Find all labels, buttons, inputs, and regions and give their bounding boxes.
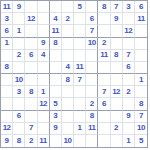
cell-r2c11-empty[interactable] bbox=[123, 13, 135, 25]
cell-r8c12-empty[interactable] bbox=[135, 86, 147, 98]
cell-r11c10-given[interactable]: 2 bbox=[111, 123, 123, 135]
cell-r7c1-empty[interactable] bbox=[1, 74, 13, 86]
cell-r6c11-given[interactable]: 6 bbox=[123, 62, 135, 74]
cell-r3c4-empty[interactable] bbox=[38, 25, 50, 37]
cell-r11c12-given[interactable]: 10 bbox=[135, 123, 147, 135]
cell-r8c11-given[interactable]: 2 bbox=[123, 86, 135, 98]
cell-r5c10-given[interactable]: 8 bbox=[111, 50, 123, 62]
cell-r8c3-given[interactable]: 8 bbox=[25, 86, 37, 98]
cell-r11c2-empty[interactable] bbox=[13, 123, 25, 135]
cell-r12c8-empty[interactable] bbox=[86, 135, 98, 147]
cell-r10c12-given[interactable]: 7 bbox=[135, 111, 147, 123]
cell-r11c8-given[interactable]: 11 bbox=[86, 123, 98, 135]
cell-r9c7-empty[interactable] bbox=[74, 98, 86, 110]
cell-r12c11-given[interactable]: 1 bbox=[123, 135, 135, 147]
cell-r12c1-given[interactable]: 9 bbox=[1, 135, 13, 147]
cell-r1c4-empty[interactable] bbox=[38, 1, 50, 13]
cell-r3c7-empty[interactable] bbox=[74, 25, 86, 37]
cell-r7c12-given[interactable]: 1 bbox=[135, 74, 147, 86]
cell-r11c5-given[interactable]: 9 bbox=[50, 123, 62, 135]
cell-r2c12-given[interactable]: 11 bbox=[135, 13, 147, 25]
cell-r2c1-given[interactable]: 3 bbox=[1, 13, 13, 25]
cell-r10c10-empty[interactable] bbox=[111, 111, 123, 123]
cell-r9c1-empty[interactable] bbox=[1, 98, 13, 110]
cell-r7c5-empty[interactable] bbox=[50, 74, 62, 86]
cell-r12c6-given[interactable]: 10 bbox=[62, 135, 74, 147]
cell-r5c7-empty[interactable] bbox=[74, 50, 86, 62]
cell-r8c9-given[interactable]: 7 bbox=[98, 86, 110, 98]
cell-r4c1-given[interactable]: 1 bbox=[1, 38, 13, 50]
cell-r10c5-given[interactable]: 3 bbox=[50, 111, 62, 123]
cell-r8c6-empty[interactable] bbox=[62, 86, 74, 98]
cell-r12c12-given[interactable]: 5 bbox=[135, 135, 147, 147]
cell-r11c6-empty[interactable] bbox=[62, 123, 74, 135]
cell-r7c7-given[interactable]: 7 bbox=[74, 74, 86, 86]
cell-r2c3-given[interactable]: 12 bbox=[25, 13, 37, 25]
cell-r12c4-given[interactable]: 11 bbox=[38, 135, 50, 147]
cell-r4c9-given[interactable]: 2 bbox=[98, 38, 110, 50]
cell-r7c8-empty[interactable] bbox=[86, 74, 98, 86]
cell-r1c6-empty[interactable] bbox=[62, 1, 74, 13]
cell-r8c1-empty[interactable] bbox=[1, 86, 13, 98]
cell-r9c12-given[interactable]: 8 bbox=[135, 98, 147, 110]
cell-r5c11-given[interactable]: 7 bbox=[123, 50, 135, 62]
cell-r9c11-empty[interactable] bbox=[123, 98, 135, 110]
cell-r3c11-given[interactable]: 12 bbox=[123, 25, 135, 37]
cell-r11c11-empty[interactable] bbox=[123, 123, 135, 135]
cell-r3c5-given[interactable]: 11 bbox=[50, 25, 62, 37]
cell-r5c12-empty[interactable] bbox=[135, 50, 147, 62]
cell-r4c12-empty[interactable] bbox=[135, 38, 147, 50]
cell-r5c9-given[interactable]: 11 bbox=[98, 50, 110, 62]
cell-r4c2-empty[interactable] bbox=[13, 38, 25, 50]
cell-r7c2-given[interactable]: 10 bbox=[13, 74, 25, 86]
cell-r1c10-given[interactable]: 7 bbox=[111, 1, 123, 13]
cell-r10c11-given[interactable]: 9 bbox=[123, 111, 135, 123]
cell-r1c7-given[interactable]: 5 bbox=[74, 1, 86, 13]
cell-r9c2-empty[interactable] bbox=[13, 98, 25, 110]
cell-r6c5-empty[interactable] bbox=[50, 62, 62, 74]
cell-r3c3-empty[interactable] bbox=[25, 25, 37, 37]
cell-r9c8-given[interactable]: 2 bbox=[86, 98, 98, 110]
cell-r4c10-empty[interactable] bbox=[111, 38, 123, 50]
cell-r2c10-given[interactable]: 9 bbox=[111, 13, 123, 25]
cell-r2c7-empty[interactable] bbox=[74, 13, 86, 25]
cell-r4c4-given[interactable]: 9 bbox=[38, 38, 50, 50]
cell-r3c12-empty[interactable] bbox=[135, 25, 147, 37]
cell-r6c12-empty[interactable] bbox=[135, 62, 147, 74]
cell-r5c8-empty[interactable] bbox=[86, 50, 98, 62]
cell-r2c4-empty[interactable] bbox=[38, 13, 50, 25]
cell-r6c7-given[interactable]: 11 bbox=[74, 62, 86, 74]
cell-r6c3-empty[interactable] bbox=[25, 62, 37, 74]
cell-r1c3-empty[interactable] bbox=[25, 1, 37, 13]
cell-r10c1-empty[interactable] bbox=[1, 111, 13, 123]
cell-r6c1-given[interactable]: 8 bbox=[1, 62, 13, 74]
cell-r12c2-given[interactable]: 8 bbox=[13, 135, 25, 147]
cell-r11c3-given[interactable]: 7 bbox=[25, 123, 37, 135]
cell-r7c10-empty[interactable] bbox=[111, 74, 123, 86]
cell-r1c2-given[interactable]: 9 bbox=[13, 1, 25, 13]
cell-r9c3-empty[interactable] bbox=[25, 98, 37, 110]
cell-r10c7-empty[interactable] bbox=[74, 111, 86, 123]
cell-r3c10-empty[interactable] bbox=[111, 25, 123, 37]
cell-r1c9-given[interactable]: 8 bbox=[98, 1, 110, 13]
cell-r6c2-empty[interactable] bbox=[13, 62, 25, 74]
cell-r12c3-given[interactable]: 2 bbox=[25, 135, 37, 147]
cell-r3c8-given[interactable]: 7 bbox=[86, 25, 98, 37]
cell-r9c4-given[interactable]: 12 bbox=[38, 98, 50, 110]
cell-r7c6-given[interactable]: 8 bbox=[62, 74, 74, 86]
cell-r6c4-empty[interactable] bbox=[38, 62, 50, 74]
cell-r5c2-given[interactable]: 2 bbox=[13, 50, 25, 62]
cell-r11c1-given[interactable]: 12 bbox=[1, 123, 13, 135]
cell-r7c9-empty[interactable] bbox=[98, 74, 110, 86]
cell-r2c5-given[interactable]: 4 bbox=[50, 13, 62, 25]
cell-r6c9-empty[interactable] bbox=[98, 62, 110, 74]
cell-r8c5-empty[interactable] bbox=[50, 86, 62, 98]
cell-r6c6-given[interactable]: 4 bbox=[62, 62, 74, 74]
cell-r11c9-empty[interactable] bbox=[98, 123, 110, 135]
cell-r8c8-empty[interactable] bbox=[86, 86, 98, 98]
cell-r4c6-empty[interactable] bbox=[62, 38, 74, 50]
cell-r7c11-empty[interactable] bbox=[123, 74, 135, 86]
cell-r4c3-empty[interactable] bbox=[25, 38, 37, 50]
cell-r2c2-empty[interactable] bbox=[13, 13, 25, 25]
cell-r8c10-given[interactable]: 12 bbox=[111, 86, 123, 98]
cell-r9c9-given[interactable]: 6 bbox=[98, 98, 110, 110]
cell-r9c10-empty[interactable] bbox=[111, 98, 123, 110]
cell-r10c9-empty[interactable] bbox=[98, 111, 110, 123]
cell-r11c7-given[interactable]: 1 bbox=[74, 123, 86, 135]
cell-r3c6-empty[interactable] bbox=[62, 25, 74, 37]
cell-r9c6-empty[interactable] bbox=[62, 98, 74, 110]
cell-r4c5-given[interactable]: 8 bbox=[50, 38, 62, 50]
cell-r4c7-empty[interactable] bbox=[74, 38, 86, 50]
cell-r7c3-empty[interactable] bbox=[25, 74, 37, 86]
cell-r6c8-empty[interactable] bbox=[86, 62, 98, 74]
cell-r3c1-given[interactable]: 6 bbox=[1, 25, 13, 37]
cell-r11c4-empty[interactable] bbox=[38, 123, 50, 135]
cell-r8c2-given[interactable]: 3 bbox=[13, 86, 25, 98]
cell-r10c3-empty[interactable] bbox=[25, 111, 37, 123]
cell-r2c8-given[interactable]: 6 bbox=[86, 13, 98, 25]
cell-r1c8-empty[interactable] bbox=[86, 1, 98, 13]
cell-r1c11-given[interactable]: 3 bbox=[123, 1, 135, 13]
cell-r8c7-empty[interactable] bbox=[74, 86, 86, 98]
cell-r10c6-empty[interactable] bbox=[62, 111, 74, 123]
cell-r2c9-empty[interactable] bbox=[98, 13, 110, 25]
cell-r3c2-given[interactable]: 1 bbox=[13, 25, 25, 37]
cell-r10c8-given[interactable]: 8 bbox=[86, 111, 98, 123]
cell-r5c3-given[interactable]: 6 bbox=[25, 50, 37, 62]
cell-r6c10-empty[interactable] bbox=[111, 62, 123, 74]
cell-r1c1-given[interactable]: 11 bbox=[1, 1, 13, 13]
cell-r8c4-given[interactable]: 1 bbox=[38, 86, 50, 98]
cell-r3c9-empty[interactable] bbox=[98, 25, 110, 37]
cell-r5c1-empty[interactable] bbox=[1, 50, 13, 62]
cell-r10c2-given[interactable]: 6 bbox=[13, 111, 25, 123]
cell-r7c4-empty[interactable] bbox=[38, 74, 50, 86]
cell-r12c10-empty[interactable] bbox=[111, 135, 123, 147]
cell-r9c5-given[interactable]: 5 bbox=[50, 98, 62, 110]
cell-r12c9-empty[interactable] bbox=[98, 135, 110, 147]
cell-r1c12-given[interactable]: 6 bbox=[135, 1, 147, 13]
cell-r5c4-given[interactable]: 4 bbox=[38, 50, 50, 62]
cell-r1c5-empty[interactable] bbox=[50, 1, 62, 13]
cell-r12c7-empty[interactable] bbox=[74, 135, 86, 147]
cell-r10c4-empty[interactable] bbox=[38, 111, 50, 123]
cell-r4c11-empty[interactable] bbox=[123, 38, 135, 50]
cell-r12c5-empty[interactable] bbox=[50, 135, 62, 147]
cell-r5c5-empty[interactable] bbox=[50, 50, 62, 62]
cell-r2c6-given[interactable]: 2 bbox=[62, 13, 74, 25]
cell-r4c8-given[interactable]: 10 bbox=[86, 38, 98, 50]
sudoku-board: 1195873631242691161117121981022641187841… bbox=[0, 0, 148, 148]
cell-r5c6-empty[interactable] bbox=[62, 50, 74, 62]
